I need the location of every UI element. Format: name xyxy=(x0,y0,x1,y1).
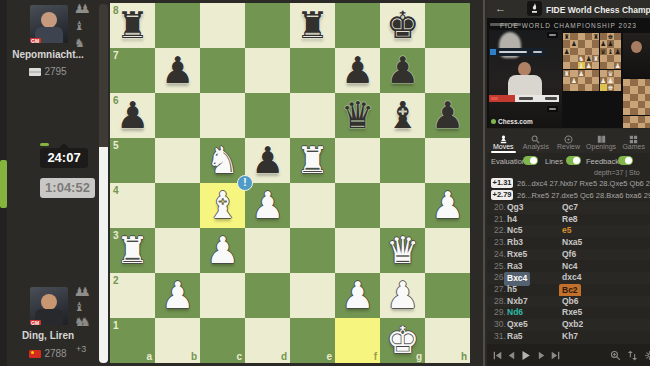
mini-square-f4 xyxy=(600,62,607,69)
top-player-clock: 24:07 xyxy=(40,148,88,168)
mini-square-b8 xyxy=(570,33,577,40)
square-a4[interactable]: 4 xyxy=(110,183,155,228)
white-move[interactable]: Nd6 xyxy=(507,307,523,319)
skip-end-button[interactable] xyxy=(549,348,562,362)
mini-square-d1 xyxy=(585,84,592,91)
square-a1[interactable]: 1a xyxy=(110,318,155,363)
square-b1[interactable]: b xyxy=(155,318,200,363)
mini-square-d3 xyxy=(585,70,592,77)
move-number: 21. xyxy=(494,214,506,226)
mini-piece-white-pawn-h4: ♟ xyxy=(614,62,621,69)
board-fragment-square xyxy=(638,116,645,123)
square-f4[interactable] xyxy=(335,183,380,228)
black-move[interactable]: Qxb2 xyxy=(562,319,583,331)
file-label-c: c xyxy=(236,351,242,362)
black-move[interactable]: Rxe5 xyxy=(562,307,582,319)
app-window: GM Nepomniacht... 2795 ♟♟♝♞ 24:07 1:04:5… xyxy=(0,0,650,366)
square-e4[interactable] xyxy=(290,183,335,228)
white-move[interactable]: Ra5 xyxy=(507,331,523,343)
material-advantage: +3 xyxy=(76,344,86,354)
broadcast-board-fragment xyxy=(623,79,650,128)
move-number: 23. xyxy=(494,237,506,249)
video-progress-bar[interactable] xyxy=(489,95,559,102)
illegible-text xyxy=(533,51,542,53)
evaluation-bar-white xyxy=(99,147,108,363)
mini-square-c6 xyxy=(578,48,585,55)
mini-piece-black-bishop-g6: ♝ xyxy=(607,48,614,55)
piece-white-pawn-d4[interactable]: ♟ xyxy=(245,183,290,228)
board-fragment-square xyxy=(645,79,650,86)
mini-square-f8 xyxy=(600,33,607,40)
mini-square-d8 xyxy=(585,33,592,40)
broadcast-sidebar: ← FIDE World Chess Championship 2023 FID… xyxy=(487,0,650,366)
book-icon xyxy=(585,131,618,143)
tab-label: Moves xyxy=(487,143,520,151)
square-f1[interactable]: f xyxy=(335,318,380,363)
broadcast-mini-board: ♜♜♚♟♟♟♟♛♝♟♞♟♜♝♟♟♜♟♛♟♟♟♚ xyxy=(563,33,621,126)
black-move[interactable]: Nc4 xyxy=(562,261,578,273)
mini-square-e2 xyxy=(592,77,599,84)
mini-square-d7 xyxy=(585,40,592,47)
toggle-label-feedback: Feedback xyxy=(586,157,619,166)
piece-white-pawn-f2[interactable]: ♟ xyxy=(335,273,380,318)
mini-square-b3 xyxy=(570,70,577,77)
mini-square-b1 xyxy=(570,84,577,91)
square-b6[interactable] xyxy=(155,93,200,138)
toggle-label-evaluation: Evaluation xyxy=(491,157,526,166)
board-fragment-square xyxy=(623,94,630,101)
square-g4[interactable] xyxy=(380,183,425,228)
black-move[interactable]: dxc4 xyxy=(562,272,581,284)
chesscom-pawn-icon xyxy=(491,119,496,124)
board-fragment-square xyxy=(638,108,645,115)
move-row-27: 27.h5Bc2 xyxy=(487,284,650,296)
square-e1[interactable]: e xyxy=(290,318,335,363)
white-move[interactable]: Nxb7 xyxy=(507,296,528,308)
great-move-badge-icon: ! xyxy=(237,175,253,191)
settings-button[interactable] xyxy=(643,348,650,362)
mini-piece-black-queen-f6: ♛ xyxy=(600,48,607,55)
black-move[interactable]: Kh7 xyxy=(562,331,578,343)
mini-piece-white-knight-c5: ♞ xyxy=(578,55,585,62)
captured-piece-group: ♝ xyxy=(74,301,80,313)
square-f8[interactable] xyxy=(335,3,380,48)
mini-square-h7 xyxy=(614,40,621,47)
black-move[interactable]: Re8 xyxy=(562,214,578,226)
white-move[interactable]: Qxe5 xyxy=(507,319,528,331)
mini-square-f5 xyxy=(600,55,607,62)
event-title: FIDE World Chess Championship 2023 xyxy=(546,5,650,15)
tab-label: Games xyxy=(617,143,650,151)
square-d1[interactable]: d xyxy=(245,318,290,363)
move-number: 27. xyxy=(494,284,506,296)
board-fragment-square xyxy=(645,116,650,123)
toggle-evaluation[interactable] xyxy=(523,156,538,165)
engine-line-moves: 26...dxc4 27.Nxb7 Rxe5 28.Qxe5 Qb6 29.Na… xyxy=(517,179,650,188)
mini-piece-black-pawn-g7: ♟ xyxy=(607,40,614,47)
piece-white-knight-c5[interactable]: ♞ xyxy=(200,138,245,183)
square-a2[interactable]: 2 xyxy=(110,273,155,318)
toggle-lines[interactable] xyxy=(566,156,581,165)
tab-analysis[interactable]: Analysis xyxy=(520,129,553,153)
rank-label-5: 5 xyxy=(113,140,119,151)
piece-black-pawn-g7[interactable]: ♟ xyxy=(380,48,425,93)
square-c6[interactable] xyxy=(200,93,245,138)
mini-square-c7 xyxy=(578,40,585,47)
piece-white-rook-e5[interactable]: ♜ xyxy=(290,138,335,183)
chess-board[interactable]: 8♜♜♚7♟♟♟6♟♛♝♟5♞♟♜4♝♟♟3♜♟♛2♟♟♟1abcdefg♚h xyxy=(110,3,470,363)
square-h2[interactable] xyxy=(425,273,470,318)
mini-piece-black-rook-a8: ♜ xyxy=(563,33,570,40)
mini-piece-white-pawn-f2: ♟ xyxy=(600,77,607,84)
nameplate-icon xyxy=(490,49,496,55)
target-icon xyxy=(552,131,585,143)
rank-label-2: 2 xyxy=(113,275,119,286)
square-e3[interactable] xyxy=(290,228,335,273)
mini-piece-black-king-g8: ♚ xyxy=(607,33,614,40)
commentator-nameplate xyxy=(489,48,545,56)
chesscom-watermark: Chess.com xyxy=(491,118,533,125)
bottom-player-name: Ding, Liren xyxy=(0,330,96,341)
square-e6[interactable] xyxy=(290,93,335,138)
square-h8[interactable] xyxy=(425,3,470,48)
board-fragment-square xyxy=(623,101,630,108)
board-fragment-square xyxy=(623,116,630,123)
file-label-h: h xyxy=(461,351,467,362)
mini-piece-black-rook-e8: ♜ xyxy=(592,33,599,40)
black-move[interactable]: Qf6 xyxy=(562,249,576,261)
move-row-24: 24.Rxe5Qf6 xyxy=(487,249,650,261)
tab-label: Analysis xyxy=(520,143,553,151)
top-player-rating: 2795 xyxy=(44,66,66,77)
mini-piece-black-pawn-d5: ♟ xyxy=(585,55,592,62)
board-fragment-square xyxy=(638,79,645,86)
board-fragment-square xyxy=(623,108,630,115)
white-move[interactable]: Rb3 xyxy=(507,237,523,249)
commentary-feed xyxy=(489,30,562,128)
mini-square-e1 xyxy=(592,84,599,91)
engine-line-moves: 26...Rxe5 27.dxe5 Qc6 28.Bxa6 bxa6 29.b4… xyxy=(517,191,650,200)
board-fragment-square xyxy=(638,86,645,93)
mini-square-h8 xyxy=(614,33,621,40)
toggle-label-lines: Lines xyxy=(545,157,563,166)
toggle-feedback[interactable] xyxy=(618,156,633,165)
move-row-20: 20.Qg3Qc7 xyxy=(487,202,650,214)
square-g5[interactable] xyxy=(380,138,425,183)
engine-line-1[interactable]: +1.31 26...dxc4 27.Nxb7 Rxe5 28.Qxe5 Qb6… xyxy=(487,178,650,189)
square-b8[interactable] xyxy=(155,3,200,48)
board-fragment-square xyxy=(630,86,637,93)
piece-black-rook-a8[interactable]: ♜ xyxy=(110,3,155,48)
black-move[interactable]: Qc7 xyxy=(562,202,578,214)
mini-piece-black-pawn-h6: ♟ xyxy=(614,48,621,55)
engine-eval-badge: +2.79 xyxy=(491,190,513,200)
move-number: 20. xyxy=(494,202,506,214)
piece-black-pawn-b7[interactable]: ♟ xyxy=(155,48,200,93)
board-fragment-square xyxy=(630,116,637,123)
piece-white-rook-a3[interactable]: ♜ xyxy=(110,228,155,273)
square-h3[interactable] xyxy=(425,228,470,273)
grid-icon xyxy=(617,131,650,143)
square-a5[interactable]: 5 xyxy=(110,138,155,183)
panel-divider xyxy=(483,0,485,366)
mini-square-a7 xyxy=(563,40,570,47)
top-player-name: Nepomniacht... xyxy=(0,49,96,60)
mini-square-h2 xyxy=(614,77,621,84)
skip-start-button[interactable] xyxy=(491,348,504,362)
board-fragment-square xyxy=(645,86,650,93)
move-row-22: 22.Nc5e5 xyxy=(487,225,650,237)
mini-square-d6 xyxy=(585,48,592,55)
file-label-f: f xyxy=(374,351,377,362)
next-button[interactable] xyxy=(535,348,548,362)
move-number: 24. xyxy=(494,249,506,261)
mini-piece-white-rook-e5: ♜ xyxy=(592,55,599,62)
board-fragment-square xyxy=(623,123,630,128)
mini-square-a5 xyxy=(563,55,570,62)
file-label-e: e xyxy=(326,351,332,362)
prev-button[interactable] xyxy=(505,348,518,362)
mini-piece-white-pawn-c3: ♟ xyxy=(578,70,585,77)
board-fragment-square xyxy=(630,94,637,101)
piece-black-rook-e8[interactable]: ♜ xyxy=(290,3,335,48)
mini-square-b6 xyxy=(570,48,577,55)
sidebar-tabs: MovesAnalysisReviewOpeningsGames xyxy=(487,129,650,153)
gm-title-badge: GM xyxy=(30,320,41,325)
move-number: 22. xyxy=(494,225,506,237)
mini-square-a1 xyxy=(563,84,570,91)
piece-black-bishop-g6[interactable]: ♝ xyxy=(380,93,425,138)
file-label-b: b xyxy=(191,351,197,362)
mini-square-h3 xyxy=(614,70,621,77)
tab-openings[interactable]: Openings xyxy=(585,129,618,153)
video-player[interactable]: FIDE WORLD CHAMPIONSHIP 2023 ♜♜♚♟♟♟♟♛♝♟♞… xyxy=(487,18,650,128)
mini-piece-white-pawn-g2: ♟ xyxy=(607,77,614,84)
square-d6[interactable] xyxy=(245,93,290,138)
move-row-25: 25.Ra3Nc4 xyxy=(487,261,650,273)
tab-moves[interactable]: Moves xyxy=(487,129,520,153)
square-h7[interactable] xyxy=(425,48,470,93)
piece-black-pawn-a6[interactable]: ♟ xyxy=(110,93,155,138)
piece-white-king-g1[interactable]: ♚ xyxy=(380,318,425,363)
white-move[interactable]: Nc5 xyxy=(507,225,523,237)
move-row-30: 30.Qxe5Qxb2 xyxy=(487,319,650,331)
piece-white-queen-g3[interactable]: ♛ xyxy=(380,228,425,273)
mini-square-h1 xyxy=(614,84,621,91)
mini-piece-white-bishop-c4: ♝ xyxy=(578,62,585,69)
square-h5[interactable] xyxy=(425,138,470,183)
engine-toggles: EvaluationLinesFeedback xyxy=(487,154,650,168)
piece-black-pawn-d5[interactable]: ♟ xyxy=(245,138,290,183)
tab-label: Openings xyxy=(585,143,618,151)
board-fragment-square xyxy=(645,101,650,108)
white-move[interactable]: h4 xyxy=(507,214,517,226)
event-logo-icon xyxy=(527,1,542,16)
mini-square-c2 xyxy=(578,77,585,84)
move-row-23: 23.Rb3Nxa5 xyxy=(487,237,650,249)
board-fragment-square xyxy=(630,108,637,115)
mini-square-e6 xyxy=(592,48,599,55)
square-d2[interactable] xyxy=(245,273,290,318)
black-move[interactable]: Nxa5 xyxy=(562,237,582,249)
move-row-26: 26.Bxc4dxc4 xyxy=(487,272,650,284)
video-quality-badge xyxy=(547,32,558,38)
piece-white-pawn-c3[interactable]: ♟ xyxy=(200,228,245,273)
board-fragment-square xyxy=(638,123,645,128)
play-button[interactable] xyxy=(519,348,532,362)
board-fragment-square xyxy=(623,86,630,93)
top-player-avatar: GM xyxy=(30,5,68,43)
square-h1[interactable]: h xyxy=(425,318,470,363)
move-number: 31. xyxy=(494,331,506,343)
move-number: 28. xyxy=(494,296,506,308)
sidebar-header: ← FIDE World Chess Championship 2023 xyxy=(487,0,650,18)
tab-review[interactable]: Review xyxy=(552,129,585,153)
square-c7[interactable] xyxy=(200,48,245,93)
move-list: 20.Qg3Qc721.h4Re822.Nc5e523.Rb3Nxa524.Rx… xyxy=(487,202,650,343)
mini-square-e3 xyxy=(592,70,599,77)
engine-depth-label: depth=37 | Sto xyxy=(594,169,640,176)
piece-black-queen-f6[interactable]: ♛ xyxy=(335,93,380,138)
mini-square-g4 xyxy=(607,62,614,69)
move-row-21: 21.h4Re8 xyxy=(487,214,650,226)
square-b4[interactable] xyxy=(155,183,200,228)
square-f5[interactable] xyxy=(335,138,380,183)
engine-line-2[interactable]: +2.79 26...Rxe5 27.dxe5 Qc6 28.Bxa6 bxa6… xyxy=(487,190,650,201)
rank-label-7: 7 xyxy=(113,50,119,61)
mini-piece-white-pawn-d4: ♟ xyxy=(585,62,592,69)
mini-square-c1 xyxy=(578,84,585,91)
avatar-photo: GM xyxy=(30,5,68,43)
mini-square-a2 xyxy=(563,77,570,84)
file-label-a: a xyxy=(146,351,152,362)
rank-label-4: 4 xyxy=(113,185,119,196)
mini-square-f3 xyxy=(600,70,607,77)
bottom-player-rating: 2788 xyxy=(44,348,66,359)
video-caption: FIDE WORLD CHAMPIONSHIP 2023 xyxy=(487,22,650,29)
square-b5[interactable] xyxy=(155,138,200,183)
board-fragment-square xyxy=(638,101,645,108)
square-b3[interactable] xyxy=(155,228,200,273)
commentator-face xyxy=(518,62,531,76)
mini-piece-black-pawn-a6: ♟ xyxy=(563,48,570,55)
avatar-photo: GM xyxy=(30,287,68,325)
top-player-rating-row: 2795 xyxy=(0,61,96,79)
square-a7[interactable]: 7 xyxy=(110,48,155,93)
captured-piece-group: ♟♟ xyxy=(74,3,86,15)
square-e2[interactable] xyxy=(290,273,335,318)
zoom-in-button[interactable] xyxy=(609,348,622,362)
board-fragment-square xyxy=(645,123,650,128)
piece-white-pawn-g2[interactable]: ♟ xyxy=(380,273,425,318)
black-move[interactable]: e5 xyxy=(562,225,571,237)
white-move[interactable]: h5 xyxy=(507,284,517,296)
captured-piece-group: ♟♟ xyxy=(74,286,86,298)
mini-piece-white-pawn-b2: ♟ xyxy=(570,77,577,84)
move-number: 25. xyxy=(494,261,506,273)
mini-square-g5 xyxy=(607,55,614,62)
flag-icon xyxy=(29,68,41,76)
flip-board-button[interactable] xyxy=(626,348,639,362)
piece-white-pawn-b2[interactable]: ♟ xyxy=(155,273,200,318)
square-f3[interactable] xyxy=(335,228,380,273)
move-row-31: 31.Ra5Kh7 xyxy=(487,331,650,343)
board-fragment-square xyxy=(638,94,645,101)
mini-square-e7 xyxy=(592,40,599,47)
piece-black-pawn-h6[interactable]: ♟ xyxy=(425,93,470,138)
square-d8[interactable] xyxy=(245,3,290,48)
file-label-d: d xyxy=(281,351,287,362)
illegible-text xyxy=(499,51,527,53)
video-quality-badge xyxy=(547,106,558,112)
evaluation-bar xyxy=(99,4,108,363)
mini-square-c8 xyxy=(578,33,585,40)
live-indicator xyxy=(40,143,49,146)
board-fragment-square xyxy=(623,79,630,86)
tab-games[interactable]: Games xyxy=(617,129,650,153)
white-move[interactable]: Qg3 xyxy=(507,202,524,214)
magnifier-icon xyxy=(520,131,553,143)
board-fragment-square xyxy=(630,123,637,128)
green-strip-fragment xyxy=(0,160,7,208)
mini-square-f1 xyxy=(600,84,607,91)
rank-label-1: 1 xyxy=(113,320,119,331)
move-row-28: 28.Nxb7Qb6 xyxy=(487,296,650,308)
board-fragment-square xyxy=(645,108,650,115)
square-c1[interactable]: c xyxy=(200,318,245,363)
mini-square-e4 xyxy=(592,62,599,69)
mini-piece-white-rook-a3: ♜ xyxy=(563,70,570,77)
square-d3[interactable] xyxy=(245,228,290,273)
piece-white-pawn-h4[interactable]: ♟ xyxy=(425,183,470,228)
gm-title-badge: GM xyxy=(30,38,41,43)
board-fragment-square xyxy=(630,79,637,86)
move-row-29: 29.Nd6Rxe5 xyxy=(487,307,650,319)
captured-piece-group: ♞♞ xyxy=(74,316,86,328)
white-move[interactable]: Rxe5 xyxy=(507,249,527,261)
flag-icon xyxy=(491,97,498,100)
mini-square-a4 xyxy=(563,62,570,69)
mini-piece-white-queen-g3: ♛ xyxy=(607,70,614,77)
mini-square-d2 xyxy=(585,77,592,84)
mini-square-b4 xyxy=(570,62,577,69)
move-number: 29. xyxy=(494,307,506,319)
bottom-player-avatar: GM xyxy=(30,287,68,325)
piece-black-pawn-f7[interactable]: ♟ xyxy=(335,48,380,93)
piece-black-king-g8[interactable]: ♚ xyxy=(380,3,425,48)
white-move[interactable]: Ra3 xyxy=(507,261,523,273)
piece-white-bishop-c4[interactable]: ♝ xyxy=(200,183,245,228)
square-c2[interactable] xyxy=(200,273,245,318)
bottom-player-clock: 1:04:52 xyxy=(40,178,95,198)
move-controls-bar xyxy=(487,344,650,366)
back-arrow-icon[interactable]: ← xyxy=(495,2,506,14)
move-number: 30. xyxy=(494,319,506,331)
mini-square-h5 xyxy=(614,55,621,62)
mini-piece-black-pawn-b7: ♟ xyxy=(570,40,577,47)
black-move[interactable]: Qb6 xyxy=(562,296,579,308)
flag-icon xyxy=(29,350,41,358)
engine-eval-badge: +1.31 xyxy=(491,178,513,188)
tab-label: Review xyxy=(552,143,585,151)
board-fragment-square xyxy=(645,94,650,101)
mini-piece-black-pawn-f7: ♟ xyxy=(600,40,607,47)
square-d7[interactable] xyxy=(245,48,290,93)
square-c8[interactable] xyxy=(200,3,245,48)
board-fragment-square xyxy=(630,101,637,108)
player-camera-feed xyxy=(623,33,650,77)
square-e7[interactable] xyxy=(290,48,335,93)
